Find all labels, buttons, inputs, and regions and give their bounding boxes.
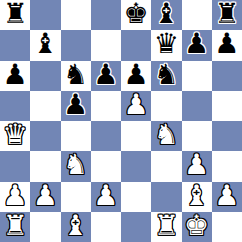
piece-black-pawn[interactable]: ♟ xyxy=(63,91,88,119)
square-h7[interactable]: ♟ xyxy=(212,30,242,60)
square-a5[interactable] xyxy=(0,91,30,121)
square-d8[interactable] xyxy=(91,0,121,30)
piece-black-pawn[interactable]: ♟ xyxy=(184,30,209,58)
piece-white-pawn[interactable]: ♟ xyxy=(33,182,58,210)
square-h1[interactable] xyxy=(212,212,242,242)
square-d6[interactable]: ♟ xyxy=(91,61,121,91)
square-f3[interactable] xyxy=(151,151,181,181)
piece-white-queen[interactable]: ♛ xyxy=(3,121,28,149)
square-f4[interactable]: ♞ xyxy=(151,121,181,151)
square-g2[interactable]: ♝ xyxy=(182,182,212,212)
square-e7[interactable] xyxy=(121,30,151,60)
square-h3[interactable] xyxy=(212,151,242,181)
square-h6[interactable] xyxy=(212,61,242,91)
square-f1[interactable]: ♜ xyxy=(151,212,181,242)
square-d4[interactable] xyxy=(91,121,121,151)
square-e5[interactable]: ♟ xyxy=(121,91,151,121)
square-e4[interactable] xyxy=(121,121,151,151)
piece-black-bishop[interactable]: ♝ xyxy=(154,0,179,28)
square-f8[interactable]: ♝ xyxy=(151,0,181,30)
square-c3[interactable]: ♞ xyxy=(61,151,91,181)
square-b8[interactable] xyxy=(30,0,60,30)
piece-black-pawn[interactable]: ♟ xyxy=(124,61,149,89)
square-a1[interactable]: ♜ xyxy=(0,212,30,242)
square-a4[interactable]: ♛ xyxy=(0,121,30,151)
square-a3[interactable] xyxy=(0,151,30,181)
square-b7[interactable]: ♝ xyxy=(30,30,60,60)
piece-white-rook[interactable]: ♜ xyxy=(154,212,179,240)
square-b2[interactable]: ♟ xyxy=(30,182,60,212)
square-g6[interactable] xyxy=(182,61,212,91)
piece-black-queen[interactable]: ♛ xyxy=(154,30,179,58)
square-d2[interactable]: ♟ xyxy=(91,182,121,212)
square-c1[interactable]: ♝ xyxy=(61,212,91,242)
square-a7[interactable] xyxy=(0,30,30,60)
piece-white-pawn[interactable]: ♟ xyxy=(93,182,118,210)
piece-white-knight[interactable]: ♞ xyxy=(63,151,88,179)
piece-white-pawn[interactable]: ♟ xyxy=(124,91,149,119)
square-b6[interactable] xyxy=(30,61,60,91)
square-c5[interactable]: ♟ xyxy=(61,91,91,121)
square-e2[interactable] xyxy=(121,182,151,212)
square-c7[interactable] xyxy=(61,30,91,60)
square-d1[interactable] xyxy=(91,212,121,242)
square-d5[interactable] xyxy=(91,91,121,121)
square-c6[interactable]: ♞ xyxy=(61,61,91,91)
piece-white-pawn[interactable]: ♟ xyxy=(184,151,209,179)
square-h2[interactable]: ♟ xyxy=(212,182,242,212)
piece-black-bishop[interactable]: ♝ xyxy=(33,30,58,58)
piece-white-knight[interactable]: ♞ xyxy=(154,121,179,149)
piece-white-bishop[interactable]: ♝ xyxy=(63,212,88,240)
piece-black-knight[interactable]: ♞ xyxy=(154,61,179,89)
square-b4[interactable] xyxy=(30,121,60,151)
square-g8[interactable] xyxy=(182,0,212,30)
square-b5[interactable] xyxy=(30,91,60,121)
square-a2[interactable]: ♟ xyxy=(0,182,30,212)
piece-black-knight[interactable]: ♞ xyxy=(63,61,88,89)
chess-board: ♜♚♝♜♝♛♟♟♟♞♟♟♞♟♟♛♞♞♟♟♟♟♝♟♜♝♜♚ xyxy=(0,0,242,242)
piece-white-king[interactable]: ♚ xyxy=(184,212,209,240)
square-e6[interactable]: ♟ xyxy=(121,61,151,91)
square-c2[interactable] xyxy=(61,182,91,212)
square-f5[interactable] xyxy=(151,91,181,121)
square-g3[interactable]: ♟ xyxy=(182,151,212,181)
piece-white-rook[interactable]: ♜ xyxy=(3,212,28,240)
piece-black-rook[interactable]: ♜ xyxy=(214,0,239,28)
square-c4[interactable] xyxy=(61,121,91,151)
square-e8[interactable]: ♚ xyxy=(121,0,151,30)
square-e3[interactable] xyxy=(121,151,151,181)
square-f6[interactable]: ♞ xyxy=(151,61,181,91)
square-f2[interactable] xyxy=(151,182,181,212)
square-c8[interactable] xyxy=(61,0,91,30)
square-a6[interactable]: ♟ xyxy=(0,61,30,91)
square-g1[interactable]: ♚ xyxy=(182,212,212,242)
piece-black-pawn[interactable]: ♟ xyxy=(93,61,118,89)
square-g7[interactable]: ♟ xyxy=(182,30,212,60)
piece-black-pawn[interactable]: ♟ xyxy=(214,30,239,58)
square-d3[interactable] xyxy=(91,151,121,181)
piece-black-pawn[interactable]: ♟ xyxy=(3,61,28,89)
square-g5[interactable] xyxy=(182,91,212,121)
square-e1[interactable] xyxy=(121,212,151,242)
square-h8[interactable]: ♜ xyxy=(212,0,242,30)
piece-white-pawn[interactable]: ♟ xyxy=(214,182,239,210)
piece-white-pawn[interactable]: ♟ xyxy=(3,182,28,210)
square-g4[interactable] xyxy=(182,121,212,151)
piece-black-king[interactable]: ♚ xyxy=(124,0,149,28)
square-b1[interactable] xyxy=(30,212,60,242)
square-f7[interactable]: ♛ xyxy=(151,30,181,60)
piece-black-rook[interactable]: ♜ xyxy=(3,0,28,28)
square-h5[interactable] xyxy=(212,91,242,121)
square-h4[interactable] xyxy=(212,121,242,151)
square-b3[interactable] xyxy=(30,151,60,181)
piece-white-bishop[interactable]: ♝ xyxy=(184,182,209,210)
square-d7[interactable] xyxy=(91,30,121,60)
square-a8[interactable]: ♜ xyxy=(0,0,30,30)
